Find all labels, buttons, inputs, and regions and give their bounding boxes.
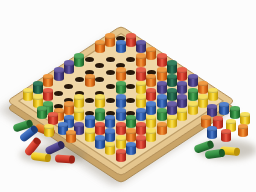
peg-yellow[interactable]: [146, 117, 156, 128]
peg-yellow[interactable]: [146, 131, 156, 142]
peg-hole[interactable]: [126, 57, 135, 62]
peg-orange[interactable]: [105, 36, 115, 47]
peg-yellow[interactable]: [74, 97, 84, 108]
peg-green[interactable]: [37, 108, 47, 119]
loose-peg-yellow[interactable]: [30, 152, 50, 163]
peg-purple[interactable]: [64, 63, 74, 74]
peg-blue[interactable]: [207, 128, 217, 139]
peg-orange[interactable]: [66, 132, 76, 143]
peg-orange[interactable]: [238, 126, 248, 137]
peg-blue[interactable]: [116, 110, 126, 121]
peg-hole[interactable]: [75, 77, 84, 82]
peg-red[interactable]: [95, 124, 105, 135]
peg-orange[interactable]: [157, 124, 167, 135]
photo-stage: [0, 0, 256, 192]
peg-blue[interactable]: [105, 117, 115, 128]
peg-yellow[interactable]: [95, 97, 105, 108]
peg-yellow[interactable]: [74, 110, 84, 121]
peg-purple[interactable]: [157, 83, 167, 94]
peg-blue[interactable]: [219, 104, 229, 115]
peg-hole[interactable]: [85, 98, 94, 103]
peg-green[interactable]: [74, 56, 84, 67]
peg-yellow[interactable]: [116, 138, 126, 149]
peg-purple[interactable]: [177, 83, 187, 94]
peg-blue[interactable]: [105, 131, 115, 142]
peg-hole[interactable]: [126, 98, 135, 103]
peg-orange[interactable]: [146, 76, 156, 87]
peg-red[interactable]: [177, 70, 187, 81]
peg-orange[interactable]: [198, 83, 208, 94]
peg-hole[interactable]: [126, 84, 135, 89]
peg-yellow[interactable]: [167, 117, 177, 128]
peg-red[interactable]: [136, 70, 146, 81]
peg-orange[interactable]: [126, 131, 136, 142]
peg-green[interactable]: [230, 108, 240, 119]
peg-green[interactable]: [95, 110, 105, 121]
peg-orange[interactable]: [146, 49, 156, 60]
peg-blue[interactable]: [85, 117, 95, 128]
peg-dark-green[interactable]: [167, 76, 177, 87]
pegs-layer: [0, 0, 256, 192]
peg-purple[interactable]: [177, 97, 187, 108]
peg-yellow[interactable]: [44, 126, 54, 137]
loose-peg-red[interactable]: [54, 154, 74, 163]
peg-yellow[interactable]: [208, 90, 218, 101]
peg-hole[interactable]: [64, 84, 73, 89]
peg-yellow[interactable]: [136, 83, 146, 94]
peg-orange[interactable]: [157, 70, 167, 81]
peg-blue[interactable]: [157, 97, 167, 108]
peg-purple[interactable]: [136, 42, 146, 53]
peg-red[interactable]: [116, 151, 126, 162]
peg-hole[interactable]: [106, 84, 115, 89]
peg-hole[interactable]: [95, 63, 104, 68]
peg-yellow[interactable]: [105, 144, 115, 155]
peg-hole[interactable]: [126, 70, 135, 75]
peg-green[interactable]: [188, 90, 198, 101]
peg-red[interactable]: [136, 138, 146, 149]
peg-yellow[interactable]: [136, 97, 146, 108]
peg-green[interactable]: [126, 117, 136, 128]
peg-dark-green[interactable]: [167, 90, 177, 101]
peg-dark-green[interactable]: [167, 63, 177, 74]
peg-red[interactable]: [157, 56, 167, 67]
peg-hole[interactable]: [106, 98, 115, 103]
peg-blue[interactable]: [126, 144, 136, 155]
peg-red[interactable]: [136, 124, 146, 135]
peg-blue[interactable]: [116, 97, 126, 108]
loose-peg-green[interactable]: [204, 149, 224, 160]
peg-red[interactable]: [116, 124, 126, 135]
peg-red[interactable]: [126, 36, 136, 47]
peg-purple[interactable]: [188, 76, 198, 87]
peg-red[interactable]: [221, 131, 231, 142]
peg-green[interactable]: [116, 83, 126, 94]
peg-green[interactable]: [157, 110, 167, 121]
peg-blue[interactable]: [116, 42, 126, 53]
peg-orange[interactable]: [43, 76, 53, 87]
peg-hole[interactable]: [106, 70, 115, 75]
peg-orange[interactable]: [116, 70, 126, 81]
peg-hole[interactable]: [106, 57, 115, 62]
peg-hole[interactable]: [54, 91, 63, 96]
peg-blue[interactable]: [146, 104, 156, 115]
peg-yellow[interactable]: [177, 110, 187, 121]
peg-yellow[interactable]: [188, 104, 198, 115]
peg-orange[interactable]: [95, 42, 105, 53]
peg-blue[interactable]: [136, 110, 146, 121]
peg-purple[interactable]: [54, 70, 64, 81]
peg-orange[interactable]: [64, 104, 74, 115]
peg-hole[interactable]: [85, 57, 94, 62]
peg-blue[interactable]: [95, 138, 105, 149]
peg-hole[interactable]: [95, 77, 104, 82]
peg-red[interactable]: [43, 90, 53, 101]
peg-dark-green[interactable]: [33, 83, 43, 94]
peg-orange[interactable]: [85, 76, 95, 87]
peg-yellow[interactable]: [23, 90, 33, 101]
peg-purple[interactable]: [167, 104, 177, 115]
peg-orange[interactable]: [136, 56, 146, 67]
peg-yellow[interactable]: [85, 131, 95, 142]
peg-red[interactable]: [146, 90, 156, 101]
